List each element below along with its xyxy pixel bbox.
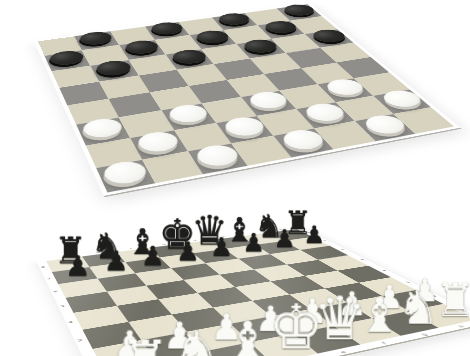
checkers-square-b8 [74,31,118,50]
checkers-scene [0,0,470,356]
checkers-square-h8 [276,4,321,21]
chess-square-g3 [325,283,383,303]
black-pawn: ♟ [236,231,271,256]
checkers-square-g1 [354,114,415,141]
checkers-square-e6 [201,44,250,64]
black-checker [240,38,281,54]
chess-square-h6 [300,246,348,260]
chess-square-e3 [252,294,310,316]
black-pawn: ♟ [170,239,206,265]
chess-square-a7: ♟ [52,267,98,284]
checkers-square-c3 [161,104,216,130]
chess-square-d7: ♟ [160,253,206,268]
checkers-square-h1 [393,107,454,134]
chess-square-c6 [135,268,183,285]
rank-label: 5 [360,259,366,261]
checkers-square-a2 [86,138,143,168]
chess-board: ♜♞♝♚♛♝♞♜♟♟♟♟♟♟♟♟♟♟♟♟♟♟♟♟♜♞♝♚♛♝♞♜ aabbccd… [36,226,470,356]
white-rook: ♜ [117,332,174,356]
checkers-square-c1 [187,143,247,174]
chess-square-f3 [289,288,347,309]
chess-square-c2: ♟ [187,324,250,351]
chess-square-h4 [337,266,391,283]
black-knight: ♞ [89,228,125,264]
rank-label: 1 [460,309,468,312]
white-queen: ♛ [313,288,363,348]
rank-label: 4 [381,269,387,271]
checkers-square-g5 [285,48,336,69]
file-label: b [96,252,100,254]
file-label: f [222,236,225,237]
chess-square-b3 [128,315,187,341]
chess-square-e6 [206,259,254,275]
chess-square-h5 [318,255,368,270]
checkers-square-c4 [149,86,201,110]
black-checker [216,12,254,26]
checkers-square-h6 [304,29,353,48]
chess-square-g1: ♞ [372,311,438,336]
checkers-square-f2 [296,102,354,128]
black-pawn: ♟ [268,227,302,252]
checkers-square-f6 [236,39,285,59]
white-pawn: ♟ [154,318,205,355]
rank-label: 7 [323,240,328,242]
chess-square-b4 [117,299,172,322]
checkers-square-f8 [212,13,257,30]
checkers-square-a8 [38,36,82,55]
chess-square-h7: ♟ [284,237,329,250]
checkers-square-f1 [314,121,375,149]
black-checker [148,21,186,36]
checkers-square-g6 [271,34,320,53]
chess-square-c5 [146,280,197,299]
black-checker [122,39,161,56]
chess-square-g5 [287,260,338,276]
checkers-square-d8 [145,22,190,40]
checkers-square-g2 [335,96,393,121]
checkers-square-d7 [155,35,202,54]
checkers-square-a3 [76,117,130,145]
chess-square-d6 [171,263,219,280]
black-checker [261,20,301,35]
checkers-square-f4 [264,68,317,91]
chess-square-b7: ♟ [89,262,135,278]
checkers-square-d3 [202,97,257,123]
chess-square-c3 [172,308,231,332]
white-bishop: ♝ [221,314,274,356]
black-checker [193,29,232,45]
checkers-square-c2 [174,123,231,152]
checkers-square-c6 [128,54,176,75]
file-label: e [193,240,198,242]
chess-square-g2: ♟ [347,296,409,318]
chess-square-e5 [220,269,271,287]
checkers-square-g4 [301,63,354,85]
white-checker [301,101,350,123]
white-checker [377,88,426,109]
checkers-square-e8 [179,17,224,35]
checkers-square-f5 [250,53,301,74]
white-checker [278,128,329,152]
checkers-square-e4 [227,74,280,97]
checkers-square-b5 [99,76,149,99]
checkers-square-h7 [290,16,337,34]
black-pawn: ♟ [298,223,332,247]
checkers-square-d1 [231,136,291,166]
file-label: c [130,248,134,250]
chess-square-e7: ♟ [193,249,239,263]
checkers-square-a6 [52,65,100,87]
chess-square-d5 [184,275,235,293]
chess-square-c1: ♝ [204,342,272,356]
checkers-square-b7 [82,45,128,65]
chess-square-f1: ♝ [334,318,401,344]
white-knight: ♞ [171,323,226,356]
checkers-square-b2 [130,130,187,159]
chess-square-a2: ♟ [93,340,156,356]
product-photo: ♜♞♝♚♛♝♞♜♟♟♟♟♟♟♟♟♟♟♟♟♟♟♟♟♜♞♝♚♛♝♞♜ aabbccd… [0,0,470,356]
chess-square-d4 [198,287,253,308]
black-checker [169,48,210,65]
chess-square-b5 [107,286,158,306]
white-checker [165,103,211,125]
checkers-square-b1 [142,151,202,183]
checkers-square-f3 [280,85,335,109]
checkers-square-c7 [119,40,165,60]
white-pawn: ♟ [289,295,336,329]
white-pawn: ♟ [403,275,446,306]
file-label: g [251,232,256,234]
checkers-square-c5 [138,70,188,93]
black-checker [48,49,87,66]
black-bishop: ♝ [125,224,160,259]
checkers-square-d4 [189,80,242,104]
black-checker [78,30,115,46]
rank-label: 6 [340,249,346,251]
chess-square-d3 [213,301,271,324]
chess-square-h8: ♜ [270,229,313,241]
checkers-square-e7 [190,30,237,49]
chess-square-e1: ♛ [293,326,360,354]
checkers-square-d5 [177,64,227,86]
white-checker [246,90,292,111]
checkers-square-g3 [317,78,372,102]
checkers-square-h5 [320,43,371,63]
black-pawn: ♟ [58,252,97,280]
chess-square-c7: ♟ [125,258,171,274]
black-rook: ♜ [282,206,314,238]
chess-square-f5 [254,265,305,282]
chess-square-g7: ♟ [255,241,300,254]
black-pawn: ♟ [204,235,240,261]
rank-label: 3 [405,281,412,283]
checkers-square-d6 [165,49,213,70]
chess-square-h2: ♟ [382,290,443,311]
checkers-square-h4 [336,57,389,78]
chess-square-a3 [82,322,141,349]
black-bishop: ♝ [223,213,256,246]
chess-square-f4 [271,276,325,295]
chess-square-e4 [235,281,289,301]
chess-square-b2: ♟ [141,332,204,356]
black-king: ♚ [159,213,194,255]
rank-label: 7 [47,278,52,280]
checkers-square-a5 [59,82,109,106]
chess-square-a6 [58,279,106,298]
chess-square-c8: ♝ [116,248,159,262]
white-checker [220,115,268,138]
rank-label: 2 [431,294,438,297]
checkers-square-b3 [119,111,173,138]
white-knight: ♞ [395,284,442,331]
chess-square-b1: ♞ [156,351,224,356]
checkers-square-c8 [110,27,155,46]
chess-square-e2: ♟ [271,309,333,334]
checkers-square-f7 [224,25,271,43]
black-checker [280,3,318,17]
white-pawn: ♟ [202,310,252,346]
chess-square-f8: ♝ [212,236,255,249]
checkers-square-e5 [214,58,265,80]
chess-square-e8: ♛ [181,240,224,253]
black-checker [308,28,349,44]
chess-square-d2: ♟ [230,316,293,342]
checkers-square-a1 [96,159,155,192]
chess-square-c4 [158,293,213,315]
chess-square-a8: ♜ [46,256,89,272]
chess-square-g4 [305,271,359,289]
white-pawn: ♟ [103,327,156,356]
checkers-square-b4 [109,92,161,117]
file-label: a [61,256,65,258]
chess-square-d1: ♚ [250,334,318,356]
checkers-square-e2 [257,109,315,136]
rank-label: 5 [60,305,65,308]
checkers-square-h3 [354,73,410,96]
white-rook: ♜ [432,277,470,323]
chess-square-f7: ♟ [225,245,270,259]
file-label: e [339,350,347,354]
rank-label: 6 [53,290,58,293]
chess-square-g6 [270,250,318,265]
checkers-square-h2 [373,89,431,114]
file-label: h [279,229,284,230]
chess-scene: ♜♞♝♚♛♝♞♜♟♟♟♟♟♟♟♟♟♟♟♟♟♟♟♟♜♞♝♚♛♝♞♜ aabbccd… [0,0,470,356]
checkers-square-e1 [273,128,334,157]
white-checker [135,129,183,154]
white-checker [80,117,126,140]
checkers-square-a4 [67,99,119,125]
chess-square-a4 [74,306,129,330]
chess-square-b8: ♞ [82,252,125,267]
white-pawn: ♟ [247,302,295,337]
chess-square-b6 [98,273,146,291]
white-checker [101,159,151,187]
checkers-square-a7 [44,50,90,71]
checkers-square-d2 [216,116,274,144]
file-label: h [457,325,465,328]
file-label: g [420,333,428,337]
checkers-grid [38,4,454,192]
black-pawn: ♟ [97,248,135,276]
chess-square-h3 [359,277,416,296]
white-pawn: ♟ [329,288,375,321]
white-bishop: ♝ [355,291,403,339]
chess-grid: ♜♞♝♚♛♝♞♜♟♟♟♟♟♟♟♟♟♟♟♟♟♟♟♟♜♞♝♚♛♝♞♜ [46,229,470,356]
checkers-board [34,3,461,196]
checkers-square-b6 [90,60,138,82]
chess-square-h1: ♜ [409,304,470,328]
chess-square-g8: ♞ [241,233,284,245]
chess-square-a5 [66,291,117,312]
file-label: f [381,341,388,344]
white-checker [322,78,369,98]
chess-square-f6 [239,254,287,269]
checkers-square-e3 [241,91,296,116]
rank-label: 8 [306,232,311,234]
chess-square-f2: ♟ [310,302,372,325]
black-pawn: ♟ [134,243,171,270]
chess-square-d8: ♚ [150,244,193,258]
black-checker [94,59,134,77]
rank-label: 3 [77,339,83,343]
white-king: ♚ [268,296,319,356]
checkers-square-g8 [245,9,290,26]
white-checker [192,143,243,169]
rank-label: 8 [41,266,45,268]
black-queen: ♛ [191,210,225,251]
file-label: d [162,244,167,246]
white-pawn: ♟ [367,282,411,314]
black-rook: ♜ [52,232,89,269]
white-checker [359,113,410,136]
rank-label: 4 [68,321,74,324]
checkers-square-g7 [257,21,304,39]
black-knight: ♞ [253,210,286,243]
